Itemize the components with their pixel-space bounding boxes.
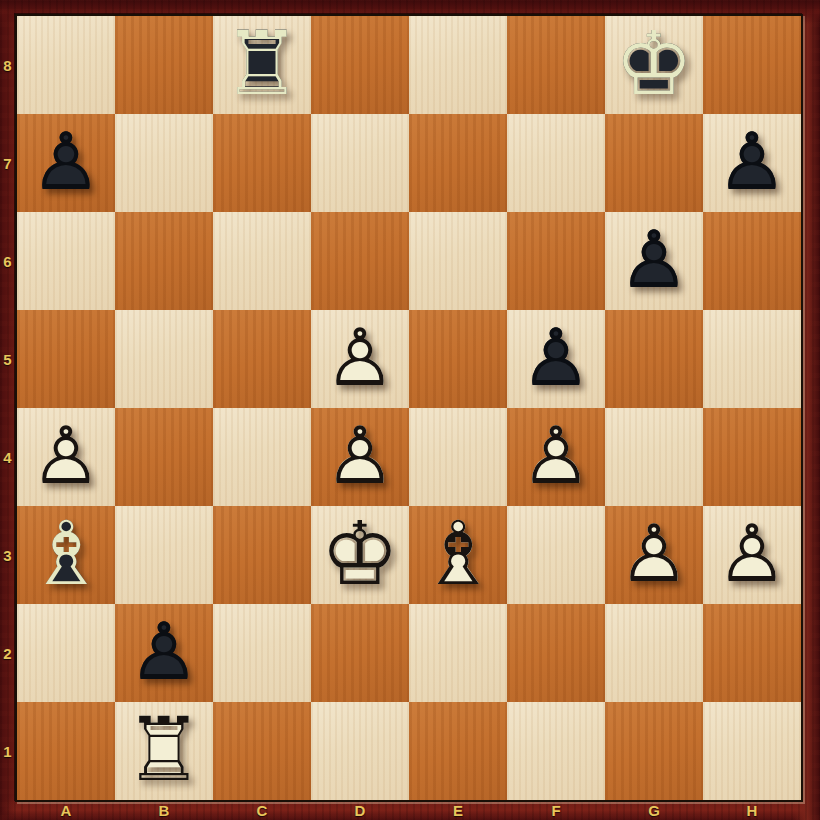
white-pawn-outline-icon: ♙︎ bbox=[507, 408, 605, 506]
white-bishop-outline-icon: ♗︎ bbox=[409, 506, 507, 604]
file-label-h: H bbox=[703, 801, 801, 820]
square-f7[interactable] bbox=[507, 114, 605, 212]
file-label-e: E bbox=[409, 801, 507, 820]
piece-white-pawn[interactable]: ♟︎♙︎ bbox=[703, 506, 801, 604]
piece-black-pawn[interactable]: ♟︎♙︎ bbox=[507, 310, 605, 408]
square-c3[interactable] bbox=[213, 506, 311, 604]
square-f1[interactable] bbox=[507, 702, 605, 800]
piece-white-pawn[interactable]: ♟︎♙︎ bbox=[507, 408, 605, 506]
rank-label-6: 6 bbox=[0, 212, 15, 310]
rank-label-8: 8 bbox=[0, 16, 15, 114]
piece-white-pawn[interactable]: ♟︎♙︎ bbox=[311, 310, 409, 408]
square-e3[interactable]: ♝︎♗︎ bbox=[409, 506, 507, 604]
square-g6[interactable]: ♟︎♙︎ bbox=[605, 212, 703, 310]
square-a4[interactable]: ♟︎♙︎ bbox=[17, 408, 115, 506]
black-pawn-outline-icon: ♙︎ bbox=[17, 114, 115, 212]
square-b4[interactable] bbox=[115, 408, 213, 506]
square-a6[interactable] bbox=[17, 212, 115, 310]
square-g5[interactable] bbox=[605, 310, 703, 408]
piece-white-pawn[interactable]: ♟︎♙︎ bbox=[605, 506, 703, 604]
piece-black-rook[interactable]: ♜︎♖︎ bbox=[213, 16, 311, 114]
black-pawn-outline-icon: ♙︎ bbox=[703, 114, 801, 212]
white-king-outline-icon: ♔︎ bbox=[311, 506, 409, 604]
square-b1[interactable]: ♜︎♖︎ bbox=[115, 702, 213, 800]
file-label-d: D bbox=[311, 801, 409, 820]
square-b7[interactable] bbox=[115, 114, 213, 212]
rank-label-7: 7 bbox=[0, 114, 15, 212]
square-b3[interactable] bbox=[115, 506, 213, 604]
piece-black-pawn[interactable]: ♟︎♙︎ bbox=[115, 604, 213, 702]
square-c2[interactable] bbox=[213, 604, 311, 702]
rank-label-4: 4 bbox=[0, 408, 15, 506]
white-pawn-outline-icon: ♙︎ bbox=[311, 310, 409, 408]
piece-black-pawn[interactable]: ♟︎♙︎ bbox=[17, 114, 115, 212]
piece-black-pawn[interactable]: ♟︎♙︎ bbox=[703, 114, 801, 212]
square-f3[interactable] bbox=[507, 506, 605, 604]
square-c6[interactable] bbox=[213, 212, 311, 310]
square-g8[interactable]: ♚︎♔︎ bbox=[605, 16, 703, 114]
piece-black-pawn[interactable]: ♟︎♙︎ bbox=[605, 212, 703, 310]
square-e7[interactable] bbox=[409, 114, 507, 212]
file-label-b: B bbox=[115, 801, 213, 820]
square-d2[interactable] bbox=[311, 604, 409, 702]
black-pawn-outline-icon: ♙︎ bbox=[115, 604, 213, 702]
chess-board[interactable]: ♜︎♖︎♚︎♔︎♟︎♙︎♟︎♙︎♟︎♙︎♟︎♙︎♟︎♙︎♟︎♙︎♟︎♙︎♟︎♙︎… bbox=[15, 14, 803, 802]
square-h7[interactable]: ♟︎♙︎ bbox=[703, 114, 801, 212]
square-e4[interactable] bbox=[409, 408, 507, 506]
square-h8[interactable] bbox=[703, 16, 801, 114]
square-a2[interactable] bbox=[17, 604, 115, 702]
square-e5[interactable] bbox=[409, 310, 507, 408]
square-h3[interactable]: ♟︎♙︎ bbox=[703, 506, 801, 604]
file-label-g: G bbox=[605, 801, 703, 820]
black-rook-outline-icon: ♖︎ bbox=[213, 16, 311, 114]
square-c5[interactable] bbox=[213, 310, 311, 408]
square-d7[interactable] bbox=[311, 114, 409, 212]
piece-white-bishop[interactable]: ♝︎♗︎ bbox=[409, 506, 507, 604]
piece-white-king[interactable]: ♚︎♔︎ bbox=[311, 506, 409, 604]
piece-black-bishop[interactable]: ♝︎♗︎ bbox=[17, 506, 115, 604]
square-g7[interactable] bbox=[605, 114, 703, 212]
square-d5[interactable]: ♟︎♙︎ bbox=[311, 310, 409, 408]
square-a8[interactable] bbox=[17, 16, 115, 114]
square-g2[interactable] bbox=[605, 604, 703, 702]
square-d6[interactable] bbox=[311, 212, 409, 310]
square-f6[interactable] bbox=[507, 212, 605, 310]
square-h4[interactable] bbox=[703, 408, 801, 506]
white-pawn-outline-icon: ♙︎ bbox=[311, 408, 409, 506]
square-e1[interactable] bbox=[409, 702, 507, 800]
square-e2[interactable] bbox=[409, 604, 507, 702]
rank-label-2: 2 bbox=[0, 604, 15, 702]
square-c1[interactable] bbox=[213, 702, 311, 800]
square-d1[interactable] bbox=[311, 702, 409, 800]
square-e6[interactable] bbox=[409, 212, 507, 310]
square-b2[interactable]: ♟︎♙︎ bbox=[115, 604, 213, 702]
rank-label-1: 1 bbox=[0, 702, 15, 800]
piece-white-pawn[interactable]: ♟︎♙︎ bbox=[311, 408, 409, 506]
square-g3[interactable]: ♟︎♙︎ bbox=[605, 506, 703, 604]
white-rook-outline-icon: ♖︎ bbox=[115, 702, 213, 800]
square-c8[interactable]: ♜︎♖︎ bbox=[213, 16, 311, 114]
piece-black-king[interactable]: ♚︎♔︎ bbox=[605, 16, 703, 114]
white-pawn-outline-icon: ♙︎ bbox=[17, 408, 115, 506]
black-bishop-outline-icon: ♗︎ bbox=[17, 506, 115, 604]
black-pawn-outline-icon: ♙︎ bbox=[605, 212, 703, 310]
square-c7[interactable] bbox=[213, 114, 311, 212]
square-e8[interactable] bbox=[409, 16, 507, 114]
square-g1[interactable] bbox=[605, 702, 703, 800]
white-pawn-outline-icon: ♙︎ bbox=[605, 506, 703, 604]
square-h5[interactable] bbox=[703, 310, 801, 408]
square-f4[interactable]: ♟︎♙︎ bbox=[507, 408, 605, 506]
square-b6[interactable] bbox=[115, 212, 213, 310]
square-c4[interactable] bbox=[213, 408, 311, 506]
square-a5[interactable] bbox=[17, 310, 115, 408]
piece-white-pawn[interactable]: ♟︎♙︎ bbox=[17, 408, 115, 506]
square-a1[interactable] bbox=[17, 702, 115, 800]
square-b5[interactable] bbox=[115, 310, 213, 408]
square-f5[interactable]: ♟︎♙︎ bbox=[507, 310, 605, 408]
square-g4[interactable] bbox=[605, 408, 703, 506]
square-b8[interactable] bbox=[115, 16, 213, 114]
file-label-f: F bbox=[507, 801, 605, 820]
square-d3[interactable]: ♚︎♔︎ bbox=[311, 506, 409, 604]
black-king-outline-icon: ♔︎ bbox=[605, 16, 703, 114]
square-a3[interactable]: ♝︎♗︎ bbox=[17, 506, 115, 604]
square-h1[interactable] bbox=[703, 702, 801, 800]
rank-label-5: 5 bbox=[0, 310, 15, 408]
piece-white-rook[interactable]: ♜︎♖︎ bbox=[115, 702, 213, 800]
black-pawn-outline-icon: ♙︎ bbox=[507, 310, 605, 408]
square-d8[interactable] bbox=[311, 16, 409, 114]
rank-label-3: 3 bbox=[0, 506, 15, 604]
square-f8[interactable] bbox=[507, 16, 605, 114]
file-label-c: C bbox=[213, 801, 311, 820]
square-d4[interactable]: ♟︎♙︎ bbox=[311, 408, 409, 506]
white-pawn-outline-icon: ♙︎ bbox=[703, 506, 801, 604]
square-h6[interactable] bbox=[703, 212, 801, 310]
square-f2[interactable] bbox=[507, 604, 605, 702]
board-frame: ♜︎♖︎♚︎♔︎♟︎♙︎♟︎♙︎♟︎♙︎♟︎♙︎♟︎♙︎♟︎♙︎♟︎♙︎♟︎♙︎… bbox=[0, 0, 820, 820]
square-a7[interactable]: ♟︎♙︎ bbox=[17, 114, 115, 212]
file-label-a: A bbox=[17, 801, 115, 820]
square-h2[interactable] bbox=[703, 604, 801, 702]
